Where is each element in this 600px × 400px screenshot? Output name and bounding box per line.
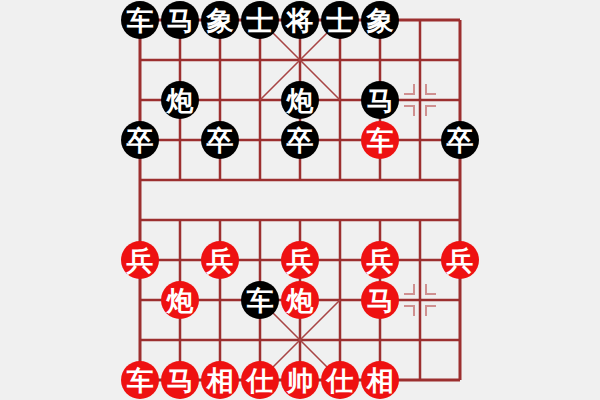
piece-red-soldier[interactable]: 兵 (441, 241, 479, 279)
xiangqi-board-area: 车马象士将士象炮炮马卒卒卒车卒兵兵兵兵兵炮车炮马车马相仕帅仕相 (0, 0, 600, 400)
piece-red-soldier[interactable]: 兵 (121, 241, 159, 279)
piece-black-chariot[interactable]: 车 (241, 281, 279, 319)
piece-black-elephant[interactable]: 象 (361, 1, 399, 39)
piece-black-horse[interactable]: 马 (361, 81, 399, 119)
piece-red-general[interactable]: 帅 (281, 361, 319, 399)
piece-black-advisor[interactable]: 士 (321, 1, 359, 39)
xiangqi-board[interactable]: 车马象士将士象炮炮马卒卒卒车卒兵兵兵兵兵炮车炮马车马相仕帅仕相 (120, 0, 480, 400)
piece-black-soldier[interactable]: 卒 (441, 121, 479, 159)
piece-red-cannon[interactable]: 炮 (161, 281, 199, 319)
piece-black-general[interactable]: 将 (281, 1, 319, 39)
star-point-marker (404, 84, 436, 116)
piece-black-elephant[interactable]: 象 (201, 1, 239, 39)
star-point-marker (404, 284, 436, 316)
piece-black-cannon[interactable]: 炮 (161, 81, 199, 119)
piece-black-soldier[interactable]: 卒 (201, 121, 239, 159)
piece-red-soldier[interactable]: 兵 (361, 241, 399, 279)
piece-black-chariot[interactable]: 车 (121, 1, 159, 39)
piece-red-elephant[interactable]: 相 (361, 361, 399, 399)
piece-red-advisor[interactable]: 仕 (241, 361, 279, 399)
piece-red-soldier[interactable]: 兵 (281, 241, 319, 279)
piece-red-horse[interactable]: 马 (361, 281, 399, 319)
piece-red-chariot[interactable]: 车 (361, 121, 399, 159)
piece-black-cannon[interactable]: 炮 (281, 81, 319, 119)
piece-black-soldier[interactable]: 卒 (121, 121, 159, 159)
piece-black-advisor[interactable]: 士 (241, 1, 279, 39)
piece-black-horse[interactable]: 马 (161, 1, 199, 39)
piece-red-elephant[interactable]: 相 (201, 361, 239, 399)
piece-red-soldier[interactable]: 兵 (201, 241, 239, 279)
piece-red-advisor[interactable]: 仕 (321, 361, 359, 399)
piece-red-cannon[interactable]: 炮 (281, 281, 319, 319)
piece-red-chariot[interactable]: 车 (121, 361, 159, 399)
piece-red-horse[interactable]: 马 (161, 361, 199, 399)
piece-black-soldier[interactable]: 卒 (281, 121, 319, 159)
